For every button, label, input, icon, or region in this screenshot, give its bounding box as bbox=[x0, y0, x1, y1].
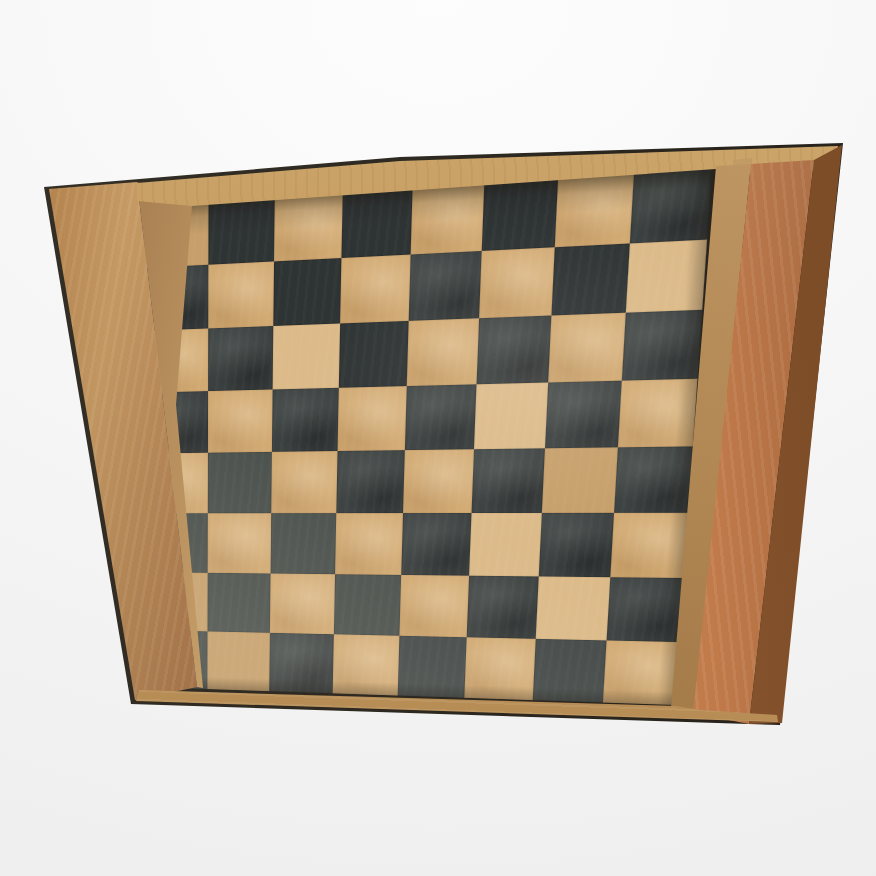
square-h1 bbox=[603, 640, 679, 705]
square-d4 bbox=[336, 450, 405, 513]
square-f4 bbox=[472, 448, 545, 513]
square-d5 bbox=[338, 386, 407, 451]
square-h8 bbox=[630, 168, 712, 243]
square-d1 bbox=[333, 634, 400, 695]
square-h2 bbox=[607, 577, 684, 642]
square-c4 bbox=[271, 451, 337, 513]
square-b1 bbox=[207, 631, 270, 691]
checkerboard bbox=[144, 168, 712, 705]
square-g4 bbox=[542, 447, 618, 513]
square-e6 bbox=[407, 318, 479, 386]
square-e4 bbox=[403, 449, 474, 513]
square-f2 bbox=[467, 576, 539, 639]
square-h5 bbox=[618, 379, 698, 448]
square-d2 bbox=[334, 574, 401, 636]
square-e5 bbox=[405, 384, 477, 450]
square-d6 bbox=[339, 321, 409, 388]
square-f3 bbox=[469, 513, 542, 577]
square-c7 bbox=[273, 258, 341, 326]
square-f1 bbox=[464, 637, 535, 700]
square-g7 bbox=[551, 243, 629, 315]
square-d7 bbox=[340, 255, 411, 324]
square-d3 bbox=[335, 513, 403, 575]
square-e1 bbox=[398, 636, 467, 698]
square-h6 bbox=[622, 310, 702, 381]
square-b3 bbox=[208, 513, 272, 573]
square-f7 bbox=[479, 247, 555, 318]
square-c8 bbox=[274, 191, 343, 261]
square-e8 bbox=[411, 182, 485, 254]
square-b6 bbox=[208, 326, 273, 391]
square-e2 bbox=[399, 575, 469, 637]
square-f8 bbox=[482, 178, 558, 251]
square-d8 bbox=[341, 187, 412, 258]
square-g5 bbox=[545, 381, 622, 449]
square-h3 bbox=[610, 513, 688, 578]
square-g1 bbox=[533, 639, 607, 703]
square-g3 bbox=[539, 513, 614, 577]
square-h7 bbox=[626, 240, 707, 313]
square-g6 bbox=[548, 313, 626, 383]
square-g8 bbox=[555, 173, 634, 247]
square-b4 bbox=[208, 452, 272, 513]
square-e3 bbox=[401, 513, 471, 576]
square-c3 bbox=[271, 513, 337, 574]
square-b5 bbox=[208, 389, 273, 452]
square-h4 bbox=[614, 446, 693, 512]
square-f6 bbox=[477, 315, 552, 384]
square-g2 bbox=[536, 576, 611, 640]
board-photo bbox=[0, 0, 876, 876]
square-c2 bbox=[270, 574, 335, 635]
square-f5 bbox=[474, 382, 548, 449]
square-b7 bbox=[208, 261, 274, 328]
square-b8 bbox=[208, 196, 274, 265]
square-b2 bbox=[208, 573, 271, 633]
square-c6 bbox=[273, 323, 340, 389]
square-c1 bbox=[269, 633, 334, 694]
square-e7 bbox=[409, 251, 482, 321]
square-c5 bbox=[272, 388, 339, 452]
